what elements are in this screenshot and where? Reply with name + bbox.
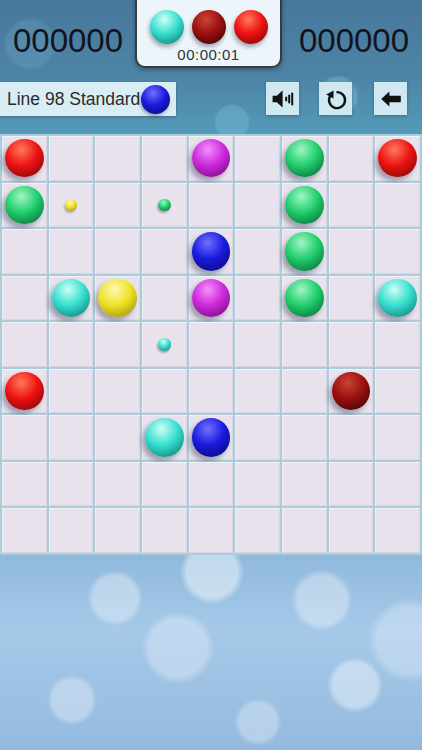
board-cell-r2c7[interactable] [329,229,374,274]
score-right: 000000 [286,22,422,60]
board-cell-r0c2[interactable] [95,136,140,181]
board-cell-r8c0[interactable] [2,508,47,553]
board-cell-r5c2[interactable] [95,369,140,414]
game-screen: 000000 00:00:01 000000 Line 98 Standard [0,0,422,750]
board-cell-r7c7[interactable] [329,462,374,507]
board-cell-r0c3[interactable] [142,136,187,181]
ball-green[interactable] [285,139,323,177]
board-cell-r5c0[interactable] [2,369,47,414]
board-cell-r0c6[interactable] [282,136,327,181]
board-cell-r7c8[interactable] [375,462,420,507]
board-cell-r3c4[interactable] [189,276,234,321]
board-cell-r0c5[interactable] [235,136,280,181]
ball-green[interactable] [285,186,323,224]
board-cell-r8c1[interactable] [49,508,94,553]
ball-green[interactable] [285,232,323,270]
board-cell-r6c6[interactable] [282,415,327,460]
board-cell-r2c6[interactable] [282,229,327,274]
board-cell-r4c0[interactable] [2,322,47,367]
upcoming-ball-yellow [65,199,78,211]
ball-green[interactable] [285,279,323,317]
board-cell-r7c0[interactable] [2,462,47,507]
board-cell-r3c3[interactable] [142,276,187,321]
ball-cyan[interactable] [52,279,90,317]
ball-red[interactable] [5,139,43,177]
board-cell-r3c6[interactable] [282,276,327,321]
board-cell-r5c5[interactable] [235,369,280,414]
back-arrow-icon [379,87,403,111]
board-cell-r8c4[interactable] [189,508,234,553]
board-cell-r0c8[interactable] [375,136,420,181]
board-cell-r1c7[interactable] [329,183,374,228]
board-cell-r7c4[interactable] [189,462,234,507]
board-cell-r6c0[interactable] [2,415,47,460]
ball-magenta[interactable] [192,139,230,177]
board-cell-r4c1[interactable] [49,322,94,367]
board-cell-r7c3[interactable] [142,462,187,507]
board-cell-r1c8[interactable] [375,183,420,228]
board-cell-r5c6[interactable] [282,369,327,414]
board-cell-r8c7[interactable] [329,508,374,553]
board-cell-r6c1[interactable] [49,415,94,460]
upcoming-ball-green [158,199,171,211]
board-cell-r4c3[interactable] [142,322,187,367]
board-cell-r0c7[interactable] [329,136,374,181]
board-cell-r3c5[interactable] [235,276,280,321]
score-left: 000000 [0,22,136,60]
upcoming-ball-cyan [158,338,171,350]
board-cell-r5c7[interactable] [329,369,374,414]
board-cell-r1c5[interactable] [235,183,280,228]
board-cell-r8c8[interactable] [375,508,420,553]
back-button[interactable] [374,82,407,115]
ball-yellow[interactable] [98,279,136,317]
ball-blue[interactable] [192,232,230,270]
board-cell-r6c5[interactable] [235,415,280,460]
board-cell-r4c8[interactable] [375,322,420,367]
board-cell-r8c6[interactable] [282,508,327,553]
board-cell-r0c0[interactable] [2,136,47,181]
board-cell-r3c1[interactable] [49,276,94,321]
board-cell-r7c2[interactable] [95,462,140,507]
board-cell-r0c1[interactable] [49,136,94,181]
ball-dark-red[interactable] [332,372,370,410]
board-cell-r5c4[interactable] [189,369,234,414]
timer: 00:00:01 [177,46,239,63]
board-cell-r7c6[interactable] [282,462,327,507]
board-cell-r2c5[interactable] [235,229,280,274]
board-cell-r1c1[interactable] [49,183,94,228]
ball-cyan[interactable] [145,418,183,456]
board-cell-r2c3[interactable] [142,229,187,274]
board-cell-r0c4[interactable] [189,136,234,181]
board-cell-r2c0[interactable] [2,229,47,274]
board-cell-r6c8[interactable] [375,415,420,460]
board-cell-r7c5[interactable] [235,462,280,507]
board-cell-r4c5[interactable] [235,322,280,367]
ball-green[interactable] [5,186,43,224]
ball-red[interactable] [5,372,43,410]
board-cell-r1c6[interactable] [282,183,327,228]
ball-magenta[interactable] [192,279,230,317]
next-ball-dark-red [192,10,226,44]
board-cell-r2c8[interactable] [375,229,420,274]
board-cell-r4c2[interactable] [95,322,140,367]
board-cell-r3c8[interactable] [375,276,420,321]
board-cell-r4c7[interactable] [329,322,374,367]
next-balls-panel: 00:00:01 [135,0,282,68]
restart-icon [324,87,348,111]
board-cell-r8c5[interactable] [235,508,280,553]
board-cell-r5c1[interactable] [49,369,94,414]
board-cell-r8c3[interactable] [142,508,187,553]
next-balls [150,10,268,44]
board-cell-r7c1[interactable] [49,462,94,507]
board-cell-r4c4[interactable] [189,322,234,367]
board-cell-r6c3[interactable] [142,415,187,460]
volume-icon [271,87,295,111]
mode-label: Line 98 Standard [7,89,140,110]
board-cell-r1c3[interactable] [142,183,187,228]
board-cell-r4c6[interactable] [282,322,327,367]
board-cell-r2c2[interactable] [95,229,140,274]
ball-red[interactable] [378,139,416,177]
board [0,134,422,555]
next-ball-red [234,10,268,44]
board-cell-r6c7[interactable] [329,415,374,460]
board-cell-r6c4[interactable] [189,415,234,460]
ball-blue[interactable] [192,418,230,456]
mode-button[interactable]: Line 98 Standard [0,82,176,116]
board-cell-r2c1[interactable] [49,229,94,274]
board-cell-r1c4[interactable] [189,183,234,228]
board-cell-r1c2[interactable] [95,183,140,228]
next-ball-cyan [150,10,184,44]
board-cell-r5c8[interactable] [375,369,420,414]
board-cell-r2c4[interactable] [189,229,234,274]
selected-color-ball-icon [141,85,170,114]
board-cell-r1c0[interactable] [2,183,47,228]
board-cell-r3c2[interactable] [95,276,140,321]
restart-button[interactable] [319,82,352,115]
board-cell-r3c7[interactable] [329,276,374,321]
ball-cyan[interactable] [378,279,416,317]
board-cell-r6c2[interactable] [95,415,140,460]
board-cell-r5c3[interactable] [142,369,187,414]
board-cell-r8c2[interactable] [95,508,140,553]
sound-button[interactable] [266,82,299,115]
board-cell-r3c0[interactable] [2,276,47,321]
